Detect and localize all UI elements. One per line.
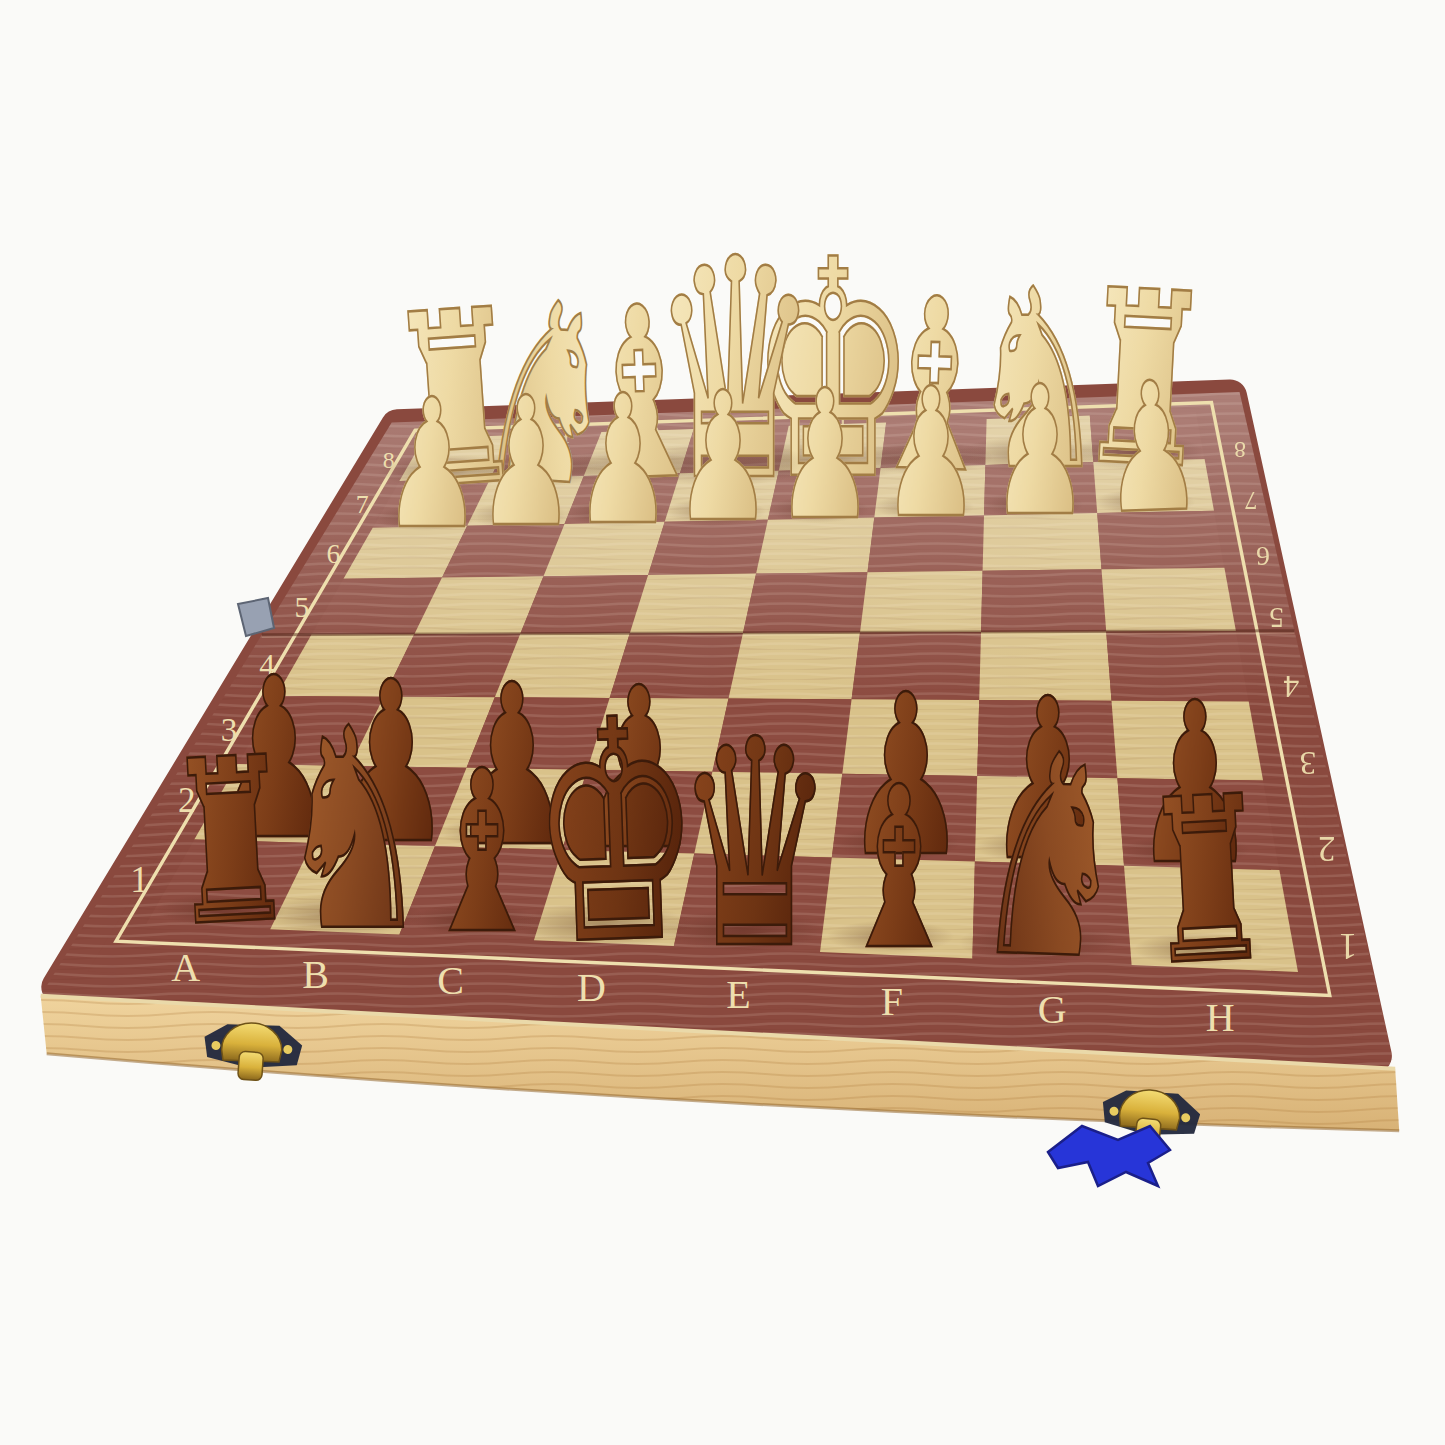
piece-light-pawn-h7[interactable]: ♟ xyxy=(1099,358,1204,539)
chess-set-photo: 8877665544332211AABBCCDDEEFFGGHH ♜♞♝♛♚♝♞… xyxy=(0,0,1445,1445)
piece-dark-queen-e1[interactable]: ♛ xyxy=(675,702,834,988)
piece-light-pawn-e7[interactable]: ♟ xyxy=(776,367,875,545)
piece-dark-rook-h1[interactable]: ♜ xyxy=(1139,765,1276,997)
piece-light-pawn-a7[interactable]: ♟ xyxy=(383,375,482,553)
piece-dark-knight-g1[interactable]: ♞ xyxy=(968,718,1132,1001)
piece-light-pawn-b7[interactable]: ♟ xyxy=(477,373,576,551)
piece-light-pawn-d7[interactable]: ♟ xyxy=(673,369,772,547)
piece-light-pawn-c7[interactable]: ♟ xyxy=(574,371,673,549)
piece-dark-knight-b1[interactable]: ♞ xyxy=(277,693,431,971)
piece-dark-bishop-f1[interactable]: ♝ xyxy=(837,758,961,981)
piece-light-pawn-f7[interactable]: ♟ xyxy=(881,364,980,542)
piece-light-pawn-g7[interactable]: ♟ xyxy=(990,362,1089,540)
pieces-layer: ♜♞♝♛♚♝♞♜♟♟♟♟♟♟♟♟♜♞♝♚♛♝♞♜♟♟♟♟♟♟♟ xyxy=(0,0,1445,1445)
